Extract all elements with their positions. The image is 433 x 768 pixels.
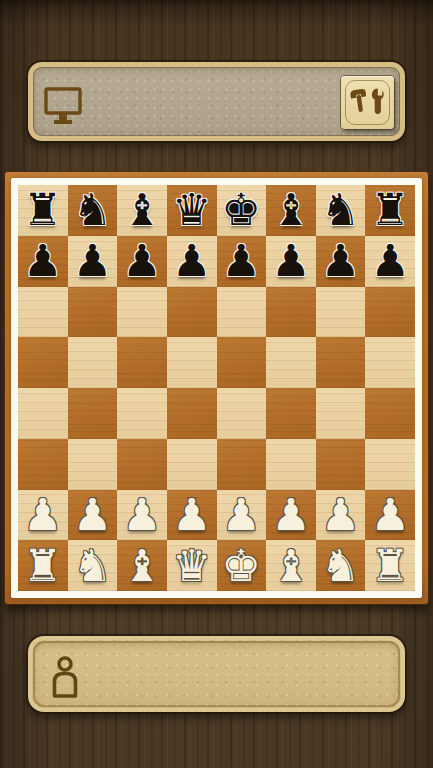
black-knight: ♞ [68,185,118,236]
square-e4[interactable] [217,388,267,439]
white-knight: ♞ [316,540,366,591]
white-pawn: ♟ [117,490,167,541]
chess-board-frame: ♜♞♝♛♚♝♞♜♟♟♟♟♟♟♟♟♟♟♟♟♟♟♟♟♜♞♝♛♚♝♞♜ [5,172,428,604]
chess-board-grid: ♜♞♝♛♚♝♞♜♟♟♟♟♟♟♟♟♟♟♟♟♟♟♟♟♜♞♝♛♚♝♞♜ [18,185,415,591]
square-e7[interactable]: ♟ [217,236,267,287]
square-d8[interactable]: ♛ [167,185,217,236]
square-h5[interactable] [365,337,415,388]
square-e1[interactable]: ♚ [217,540,267,591]
square-c8[interactable]: ♝ [117,185,167,236]
square-f6[interactable] [266,287,316,338]
square-g7[interactable]: ♟ [316,236,366,287]
square-d5[interactable] [167,337,217,388]
white-pawn: ♟ [18,490,68,541]
square-b2[interactable]: ♟ [68,490,118,541]
square-c2[interactable]: ♟ [117,490,167,541]
player-bar [28,636,405,712]
square-b4[interactable] [68,388,118,439]
square-h2[interactable]: ♟ [365,490,415,541]
square-e5[interactable] [217,337,267,388]
square-d4[interactable] [167,388,217,439]
white-pawn: ♟ [365,490,415,541]
white-bishop: ♝ [266,540,316,591]
black-pawn: ♟ [365,236,415,287]
square-a4[interactable] [18,388,68,439]
square-h3[interactable] [365,439,415,490]
square-e2[interactable]: ♟ [217,490,267,541]
square-e8[interactable]: ♚ [217,185,267,236]
square-f3[interactable] [266,439,316,490]
white-pawn: ♟ [68,490,118,541]
white-pawn: ♟ [316,490,366,541]
chess-board-border: ♜♞♝♛♚♝♞♜♟♟♟♟♟♟♟♟♟♟♟♟♟♟♟♟♜♞♝♛♚♝♞♜ [11,178,422,598]
square-c7[interactable]: ♟ [117,236,167,287]
square-d7[interactable]: ♟ [167,236,217,287]
square-d6[interactable] [167,287,217,338]
square-c5[interactable] [117,337,167,388]
white-rook: ♜ [18,540,68,591]
square-a5[interactable] [18,337,68,388]
square-b8[interactable]: ♞ [68,185,118,236]
square-a2[interactable]: ♟ [18,490,68,541]
square-c1[interactable]: ♝ [117,540,167,591]
black-pawn: ♟ [18,236,68,287]
tools-icon [350,86,386,118]
white-pawn: ♟ [217,490,267,541]
square-g5[interactable] [316,337,366,388]
square-g8[interactable]: ♞ [316,185,366,236]
black-knight: ♞ [316,185,366,236]
square-f4[interactable] [266,388,316,439]
square-h4[interactable] [365,388,415,439]
opponent-bar [28,62,405,141]
square-h8[interactable]: ♜ [365,185,415,236]
tools-button[interactable] [341,76,394,129]
square-b7[interactable]: ♟ [68,236,118,287]
square-a8[interactable]: ♜ [18,185,68,236]
white-queen: ♛ [167,540,217,591]
black-pawn: ♟ [266,236,316,287]
person-icon [50,654,80,704]
black-bishop: ♝ [266,185,316,236]
black-pawn: ♟ [316,236,366,287]
square-g6[interactable] [316,287,366,338]
square-f5[interactable] [266,337,316,388]
square-h6[interactable] [365,287,415,338]
square-d1[interactable]: ♛ [167,540,217,591]
square-f7[interactable]: ♟ [266,236,316,287]
black-rook: ♜ [18,185,68,236]
square-g3[interactable] [316,439,366,490]
white-king: ♚ [217,540,267,591]
black-pawn: ♟ [167,236,217,287]
square-f1[interactable]: ♝ [266,540,316,591]
square-d2[interactable]: ♟ [167,490,217,541]
black-bishop: ♝ [117,185,167,236]
black-pawn: ♟ [117,236,167,287]
square-g4[interactable] [316,388,366,439]
square-b1[interactable]: ♞ [68,540,118,591]
square-b6[interactable] [68,287,118,338]
computer-monitor-icon [42,85,84,133]
black-king: ♚ [217,185,267,236]
square-c4[interactable] [117,388,167,439]
square-e6[interactable] [217,287,267,338]
square-h7[interactable]: ♟ [365,236,415,287]
black-queen: ♛ [167,185,217,236]
white-knight: ♞ [68,540,118,591]
square-e3[interactable] [217,439,267,490]
square-a3[interactable] [18,439,68,490]
black-pawn: ♟ [68,236,118,287]
square-b5[interactable] [68,337,118,388]
white-rook: ♜ [365,540,415,591]
square-d3[interactable] [167,439,217,490]
white-bishop: ♝ [117,540,167,591]
square-c6[interactable] [117,287,167,338]
app-screen: ♜♞♝♛♚♝♞♜♟♟♟♟♟♟♟♟♟♟♟♟♟♟♟♟♜♞♝♛♚♝♞♜ [0,0,433,768]
square-a6[interactable] [18,287,68,338]
square-g2[interactable]: ♟ [316,490,366,541]
square-b3[interactable] [68,439,118,490]
white-pawn: ♟ [266,490,316,541]
square-f8[interactable]: ♝ [266,185,316,236]
white-pawn: ♟ [167,490,217,541]
square-g1[interactable]: ♞ [316,540,366,591]
square-f2[interactable]: ♟ [266,490,316,541]
square-a7[interactable]: ♟ [18,236,68,287]
black-pawn: ♟ [217,236,267,287]
square-a1[interactable]: ♜ [18,540,68,591]
black-rook: ♜ [365,185,415,236]
square-c3[interactable] [117,439,167,490]
square-h1[interactable]: ♜ [365,540,415,591]
